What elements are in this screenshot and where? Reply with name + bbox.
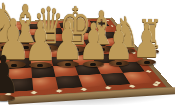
piece-base bbox=[109, 60, 129, 66]
dark-pawn-glyph: ♟ bbox=[0, 54, 19, 97]
gold-pawn-glyph: ♟ bbox=[24, 20, 57, 64]
piece-base bbox=[0, 95, 15, 101]
piece-base bbox=[15, 44, 37, 50]
gold-bishop-glyph: ♝ bbox=[87, 10, 115, 48]
gold-rook: ♜ bbox=[139, 18, 161, 54]
piece-base bbox=[57, 61, 79, 67]
gold-pawn: ♟ bbox=[106, 23, 132, 66]
gold-pawn: ♟ bbox=[53, 20, 82, 67]
gold-king: ♚ bbox=[61, 5, 90, 52]
gold-pawn-glyph: ♟ bbox=[0, 17, 31, 63]
gold-pawn-glyph: ♟ bbox=[52, 20, 84, 63]
gold-pawn-glyph: ♟ bbox=[132, 23, 160, 61]
piece-base bbox=[65, 46, 87, 52]
gold-pawn: ♟ bbox=[134, 23, 159, 65]
chess-set-photo: ♞♝♛♚♝♞♜♟♟♟♟♟♟♟ bbox=[0, 0, 175, 105]
gold-rook-glyph: ♜ bbox=[138, 18, 162, 51]
piece-base bbox=[92, 46, 111, 52]
gold-knight: ♞ bbox=[114, 16, 137, 53]
piece-base bbox=[142, 49, 159, 54]
gold-pawn: ♟ bbox=[0, 17, 29, 68]
gold-bishop: ♝ bbox=[11, 3, 40, 50]
gold-knight-glyph: ♞ bbox=[0, 2, 20, 46]
gold-pawn-glyph: ♟ bbox=[104, 23, 133, 62]
piece-base bbox=[29, 62, 52, 68]
piece-base bbox=[137, 59, 156, 65]
gold-queen-glyph: ♛ bbox=[33, 6, 63, 47]
dark-pawn: ♟ bbox=[0, 54, 18, 101]
gold-pawn-glyph: ♟ bbox=[78, 22, 108, 63]
piece-base bbox=[2, 61, 26, 68]
gold-queen: ♛ bbox=[34, 6, 62, 51]
piece-base bbox=[117, 48, 135, 53]
gold-pawn: ♟ bbox=[79, 22, 107, 67]
piece-base bbox=[0, 44, 16, 50]
gold-bishop-glyph: ♝ bbox=[10, 3, 42, 46]
gold-knight: ♞ bbox=[0, 2, 19, 50]
piece-base bbox=[38, 45, 59, 51]
gold-bishop: ♝ bbox=[89, 10, 114, 52]
gold-pawn: ♟ bbox=[25, 20, 55, 68]
pieces-layer: ♞♝♛♚♝♞♜♟♟♟♟♟♟♟ bbox=[0, 0, 175, 105]
gold-knight-glyph: ♞ bbox=[113, 16, 139, 50]
piece-base bbox=[83, 61, 104, 67]
gold-king-glyph: ♚ bbox=[60, 5, 92, 48]
